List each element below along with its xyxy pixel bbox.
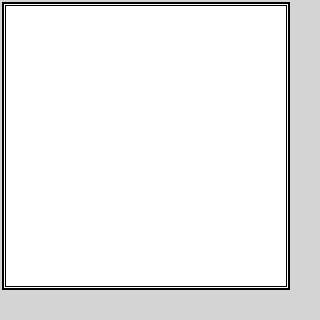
file-labels — [6, 294, 286, 316]
rank-labels — [290, 6, 316, 286]
chess-diagram — [0, 0, 320, 320]
chess-board — [5, 5, 287, 287]
board-frame — [2, 2, 290, 290]
